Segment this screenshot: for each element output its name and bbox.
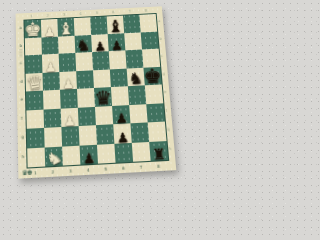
square-a4[interactable] — [74, 17, 91, 35]
playing-area: ♚♟♝♝♞♟♟♟♛♟♞♚♛♟♟♟♞♟♜ — [23, 13, 169, 169]
square-g1[interactable] — [27, 128, 45, 148]
piece-black-queen-e5[interactable]: ♛ — [94, 88, 112, 108]
square-g4[interactable] — [79, 125, 97, 145]
coord-label-4-66-1.5: 4 — [79, 12, 82, 16]
coord-label-b-146.5-32.5: b — [159, 37, 162, 41]
square-c6[interactable] — [109, 50, 127, 69]
board-maker-logo: ♛♚ — [20, 170, 34, 176]
square-f6[interactable]: ♟ — [112, 105, 130, 125]
square-a2[interactable]: ♟ — [41, 19, 58, 37]
square-b7[interactable] — [124, 32, 142, 50]
square-a8[interactable] — [139, 14, 157, 32]
piece-white-pawn-c2[interactable]: ♟ — [45, 60, 57, 73]
square-e2[interactable] — [43, 90, 61, 109]
coord-label-4-66-159.5: 4 — [87, 168, 90, 172]
square-d6[interactable] — [110, 68, 128, 87]
coord-label-e-3.5-88: e — [21, 98, 24, 102]
coordinate-labels: aa11bb22cc33dd44ee55ff66gg77hh88 — [16, 6, 162, 13]
piece-black-pawn-b5[interactable]: ♟ — [94, 40, 106, 53]
coord-label-d-146.5-69.5: d — [162, 72, 165, 76]
square-c2[interactable]: ♟ — [42, 54, 59, 73]
board-edge-print: |||||| — [18, 49, 22, 58]
coord-label-e-146.5-88: e — [164, 90, 167, 94]
piece-white-pawn-a2[interactable]: ♟ — [44, 25, 56, 38]
coord-label-8-134-1.5: 8 — [145, 8, 148, 12]
coord-label-6-100-1.5: 6 — [112, 10, 115, 14]
coord-label-g-3.5-125: g — [21, 135, 24, 139]
square-e4[interactable] — [77, 88, 95, 107]
piece-black-rook-h8[interactable]: ♜ — [152, 146, 166, 161]
square-e7[interactable] — [128, 85, 146, 104]
square-b2[interactable] — [41, 36, 58, 54]
square-c7[interactable] — [125, 49, 143, 68]
square-g3[interactable] — [61, 126, 79, 146]
coord-label-2-32-1.5: 2 — [47, 13, 50, 17]
coord-label-c-3.5-51: c — [20, 61, 22, 65]
square-g7[interactable] — [130, 122, 149, 142]
piece-white-bishop-a3[interactable]: ♝ — [58, 20, 74, 38]
square-e3[interactable] — [60, 89, 78, 108]
square-a3[interactable]: ♝ — [57, 18, 74, 36]
coord-label-5-83-159.5: 5 — [104, 167, 107, 171]
piece-black-pawn-g6[interactable]: ♟ — [116, 130, 129, 144]
coord-label-f-146.5-106.5: f — [165, 109, 167, 113]
square-b4[interactable]: ♞ — [75, 35, 92, 53]
piece-white-pawn-d3[interactable]: ♟ — [62, 77, 74, 90]
square-a1[interactable]: ♚ — [24, 20, 41, 38]
square-a7[interactable] — [123, 15, 141, 33]
square-b8[interactable] — [141, 31, 159, 49]
piece-black-pawn-f6[interactable]: ♟ — [115, 111, 128, 125]
square-c3[interactable] — [59, 53, 77, 72]
square-h4[interactable]: ♟ — [80, 144, 98, 164]
square-d8[interactable]: ♚ — [143, 66, 161, 85]
coord-label-h-146.5-143.5: h — [169, 147, 172, 151]
piece-black-pawn-b6[interactable]: ♟ — [111, 39, 123, 52]
square-d7[interactable]: ♞ — [127, 67, 145, 86]
square-h5[interactable] — [97, 143, 116, 163]
square-h1[interactable] — [27, 147, 45, 167]
piece-white-pawn-f3[interactable]: ♟ — [64, 114, 76, 128]
square-h6[interactable] — [114, 142, 133, 162]
square-d2[interactable] — [42, 72, 60, 91]
square-d1[interactable]: ♛ — [26, 72, 43, 91]
square-g5[interactable] — [96, 124, 114, 144]
square-a6[interactable]: ♝ — [107, 16, 125, 34]
square-h2[interactable]: ♞ — [45, 146, 63, 166]
coord-label-7-117-159.5: 7 — [140, 165, 143, 169]
coord-label-a-3.5-14: a — [19, 26, 21, 30]
square-d3[interactable]: ♟ — [59, 71, 77, 90]
coord-label-6-100-159.5: 6 — [122, 166, 125, 170]
piece-black-knight-b4[interactable]: ♞ — [76, 38, 91, 54]
square-b5[interactable]: ♟ — [91, 34, 109, 52]
square-c5[interactable] — [92, 51, 110, 70]
piece-white-knight-h2[interactable]: ♞ — [44, 148, 65, 170]
coord-label-f-3.5-106.5: f — [21, 116, 23, 120]
square-g2[interactable] — [44, 127, 62, 147]
coord-label-h-3.5-143.5: h — [22, 154, 25, 158]
square-e6[interactable] — [111, 86, 129, 105]
square-b3[interactable] — [58, 35, 75, 53]
coord-label-b-3.5-32.5: b — [20, 44, 23, 48]
piece-black-king-d8[interactable]: ♚ — [143, 66, 162, 86]
square-e5[interactable]: ♛ — [94, 87, 112, 106]
piece-black-bishop-a6[interactable]: ♝ — [107, 17, 124, 35]
square-f3[interactable]: ♟ — [61, 107, 79, 127]
coord-label-3-49-159.5: 3 — [69, 169, 72, 173]
coord-label-3-49-1.5: 3 — [63, 13, 66, 17]
coord-label-c-146.5-51: c — [161, 54, 163, 58]
coord-label-g-146.5-125: g — [167, 127, 170, 131]
square-b6[interactable]: ♟ — [108, 33, 126, 51]
square-f1[interactable] — [26, 109, 44, 129]
square-h8[interactable]: ♜ — [149, 141, 168, 161]
piece-white-king-a1[interactable]: ♚ — [24, 19, 42, 39]
square-g6[interactable]: ♟ — [113, 123, 132, 143]
coord-label-8-134-159.5: 8 — [157, 164, 160, 168]
square-a5[interactable] — [90, 16, 107, 34]
coord-label-5-83-1.5: 5 — [96, 11, 99, 15]
photo-scene: ♚♟♝♝♞♟♟♟♛♟♞♚♛♟♟♟♞♟♜ ♛♚ |||||| aa11bb22cc… — [0, 0, 200, 200]
piece-white-queen-d1[interactable]: ♛ — [25, 72, 44, 93]
square-f8[interactable] — [146, 103, 165, 123]
piece-black-pawn-h4[interactable]: ♟ — [83, 151, 96, 165]
square-f2[interactable] — [44, 108, 62, 128]
chess-board: ♚♟♝♝♞♟♟♟♛♟♞♚♛♟♟♟♞♟♜ ♛♚ |||||| aa11bb22cc… — [16, 6, 177, 178]
coord-label-7-117-1.5: 7 — [128, 9, 131, 13]
piece-black-knight-d7[interactable]: ♞ — [128, 71, 143, 87]
coord-label-1-15-159.5: 1 — [34, 171, 37, 175]
square-d4[interactable] — [76, 70, 94, 89]
square-f5[interactable] — [95, 105, 113, 125]
square-c4[interactable] — [75, 52, 93, 71]
coord-label-d-3.5-69.5: d — [20, 79, 23, 83]
square-f7[interactable] — [129, 104, 148, 124]
square-g8[interactable] — [148, 122, 167, 142]
square-f4[interactable] — [78, 106, 96, 126]
square-h7[interactable] — [132, 141, 151, 161]
coord-label-a-146.5-14: a — [158, 19, 161, 23]
